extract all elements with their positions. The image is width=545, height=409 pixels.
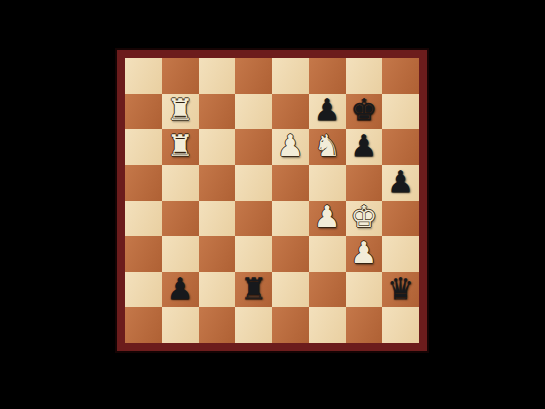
square-a4[interactable] xyxy=(125,201,162,237)
square-c6[interactable] xyxy=(199,129,236,165)
square-g3[interactable]: ♟ xyxy=(346,236,383,272)
chess-board: ♜♟♚♜♟♞♟♟♟♚♟♟♜♛ xyxy=(125,58,419,343)
chess-board-frame: ♜♟♚♜♟♞♟♟♟♚♟♟♜♛ xyxy=(117,50,427,351)
square-f2[interactable] xyxy=(309,272,346,308)
square-g5[interactable] xyxy=(346,165,383,201)
square-d2[interactable]: ♜ xyxy=(235,272,272,308)
square-e6[interactable]: ♟ xyxy=(272,129,309,165)
square-e7[interactable] xyxy=(272,94,309,130)
white-rook: ♜ xyxy=(167,131,194,161)
square-d8[interactable] xyxy=(235,58,272,94)
square-d6[interactable] xyxy=(235,129,272,165)
square-d4[interactable] xyxy=(235,201,272,237)
square-c1[interactable] xyxy=(199,307,236,343)
square-a5[interactable] xyxy=(125,165,162,201)
square-g1[interactable] xyxy=(346,307,383,343)
square-e4[interactable] xyxy=(272,201,309,237)
square-c2[interactable] xyxy=(199,272,236,308)
square-b5[interactable] xyxy=(162,165,199,201)
black-pawn: ♟ xyxy=(387,167,414,197)
black-pawn: ♟ xyxy=(314,95,341,125)
square-h8[interactable] xyxy=(382,58,419,94)
square-g8[interactable] xyxy=(346,58,383,94)
square-a8[interactable] xyxy=(125,58,162,94)
square-f4[interactable]: ♟ xyxy=(309,201,346,237)
square-f6[interactable]: ♞ xyxy=(309,129,346,165)
square-h7[interactable] xyxy=(382,94,419,130)
square-f7[interactable]: ♟ xyxy=(309,94,346,130)
square-b1[interactable] xyxy=(162,307,199,343)
square-d5[interactable] xyxy=(235,165,272,201)
square-e1[interactable] xyxy=(272,307,309,343)
square-f1[interactable] xyxy=(309,307,346,343)
black-pawn: ♟ xyxy=(350,131,377,161)
square-e8[interactable] xyxy=(272,58,309,94)
black-rook: ♜ xyxy=(240,274,267,304)
square-h6[interactable] xyxy=(382,129,419,165)
square-d7[interactable] xyxy=(235,94,272,130)
square-c7[interactable] xyxy=(199,94,236,130)
square-g7[interactable]: ♚ xyxy=(346,94,383,130)
square-a2[interactable] xyxy=(125,272,162,308)
square-d3[interactable] xyxy=(235,236,272,272)
square-b8[interactable] xyxy=(162,58,199,94)
square-b2[interactable]: ♟ xyxy=(162,272,199,308)
square-b7[interactable]: ♜ xyxy=(162,94,199,130)
white-rook: ♜ xyxy=(167,95,194,125)
square-h5[interactable]: ♟ xyxy=(382,165,419,201)
square-a7[interactable] xyxy=(125,94,162,130)
square-b3[interactable] xyxy=(162,236,199,272)
black-king: ♚ xyxy=(350,95,377,125)
square-b6[interactable]: ♜ xyxy=(162,129,199,165)
black-queen: ♛ xyxy=(387,274,414,304)
square-c3[interactable] xyxy=(199,236,236,272)
square-e2[interactable] xyxy=(272,272,309,308)
square-a6[interactable] xyxy=(125,129,162,165)
square-f3[interactable] xyxy=(309,236,346,272)
square-d1[interactable] xyxy=(235,307,272,343)
black-pawn: ♟ xyxy=(167,274,194,304)
white-knight: ♞ xyxy=(314,131,341,161)
square-f8[interactable] xyxy=(309,58,346,94)
square-h3[interactable] xyxy=(382,236,419,272)
square-h4[interactable] xyxy=(382,201,419,237)
square-h2[interactable]: ♛ xyxy=(382,272,419,308)
square-c8[interactable] xyxy=(199,58,236,94)
square-h1[interactable] xyxy=(382,307,419,343)
square-g4[interactable]: ♚ xyxy=(346,201,383,237)
square-a3[interactable] xyxy=(125,236,162,272)
square-a1[interactable] xyxy=(125,307,162,343)
square-e3[interactable] xyxy=(272,236,309,272)
square-b4[interactable] xyxy=(162,201,199,237)
white-pawn: ♟ xyxy=(314,202,341,232)
square-e5[interactable] xyxy=(272,165,309,201)
white-pawn: ♟ xyxy=(277,131,304,161)
white-pawn: ♟ xyxy=(350,238,377,268)
square-g2[interactable] xyxy=(346,272,383,308)
white-king: ♚ xyxy=(350,202,377,232)
square-c4[interactable] xyxy=(199,201,236,237)
square-c5[interactable] xyxy=(199,165,236,201)
square-f5[interactable] xyxy=(309,165,346,201)
square-g6[interactable]: ♟ xyxy=(346,129,383,165)
